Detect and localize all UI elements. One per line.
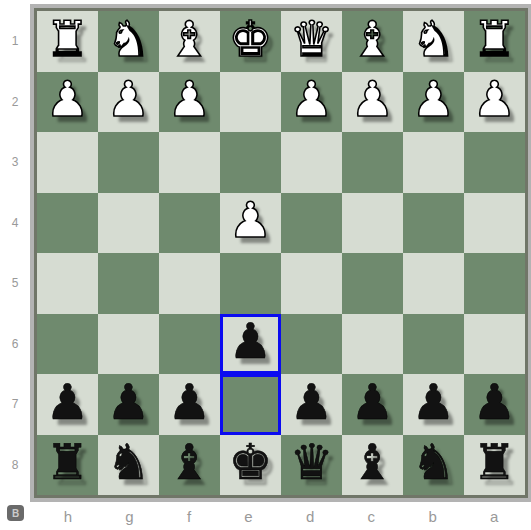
rank-labels: 12345678 [0,11,30,495]
square-d7[interactable]: ♟ [281,374,342,435]
square-d6[interactable] [281,314,342,375]
square-e7[interactable] [220,374,281,435]
white-rook[interactable]: ♜ [46,15,90,64]
file-label-h: h [37,502,99,530]
square-b8[interactable]: ♞ [403,435,464,496]
square-a4[interactable] [464,193,525,254]
square-g7[interactable]: ♟ [98,374,159,435]
rank-label-7: 7 [0,374,30,435]
rank-label-1: 1 [0,11,30,72]
square-c7[interactable]: ♟ [342,374,403,435]
square-h1[interactable]: ♜ [37,11,98,72]
rank-label-8: 8 [0,435,30,496]
square-f7[interactable]: ♟ [159,374,220,435]
chess-board[interactable]: ♜♞♝♚♛♝♞♜♟♟♟♟♟♟♟♟♟♟♟♟♟♟♟♟♜♞♝♚♛♝♞♜ [37,11,525,495]
square-f5[interactable] [159,253,220,314]
square-e5[interactable] [220,253,281,314]
white-pawn[interactable]: ♟ [46,75,90,124]
square-f8[interactable]: ♝ [159,435,220,496]
square-h8[interactable]: ♜ [37,435,98,496]
board-frame: ♜♞♝♚♛♝♞♜♟♟♟♟♟♟♟♟♟♟♟♟♟♟♟♟♜♞♝♚♛♝♞♜ [30,4,531,502]
black-pawn[interactable]: ♟ [107,378,151,427]
square-f4[interactable] [159,193,220,254]
black-knight[interactable]: ♞ [107,438,151,487]
white-knight[interactable]: ♞ [412,15,456,64]
chess-board-widget: 12345678 ♜♞♝♚♛♝♞♜♟♟♟♟♟♟♟♟♟♟♟♟♟♟♟♟♜♞♝♚♛♝♞… [0,0,531,530]
black-knight[interactable]: ♞ [412,438,456,487]
square-c8[interactable]: ♝ [342,435,403,496]
square-h5[interactable] [37,253,98,314]
square-f1[interactable]: ♝ [159,11,220,72]
white-king[interactable]: ♚ [229,15,273,64]
square-g2[interactable]: ♟ [98,72,159,133]
black-pawn[interactable]: ♟ [229,317,273,366]
square-c4[interactable] [342,193,403,254]
black-pawn[interactable]: ♟ [46,378,90,427]
square-g8[interactable]: ♞ [98,435,159,496]
square-e6[interactable]: ♟ [220,314,281,375]
square-a7[interactable]: ♟ [464,374,525,435]
square-b3[interactable] [403,132,464,193]
square-a6[interactable] [464,314,525,375]
square-b7[interactable]: ♟ [403,374,464,435]
square-d5[interactable] [281,253,342,314]
square-c6[interactable] [342,314,403,375]
square-a8[interactable]: ♜ [464,435,525,496]
white-pawn[interactable]: ♟ [168,75,212,124]
white-rook[interactable]: ♜ [473,15,517,64]
square-f6[interactable] [159,314,220,375]
board-inner-bevel: ♜♞♝♚♛♝♞♜♟♟♟♟♟♟♟♟♟♟♟♟♟♟♟♟♜♞♝♚♛♝♞♜ [34,8,528,498]
black-pawn[interactable]: ♟ [290,378,334,427]
white-pawn[interactable]: ♟ [351,75,395,124]
black-rook[interactable]: ♜ [473,438,517,487]
square-c1[interactable]: ♝ [342,11,403,72]
square-h4[interactable] [37,193,98,254]
square-e3[interactable] [220,132,281,193]
black-bishop[interactable]: ♝ [351,438,395,487]
black-bishop[interactable]: ♝ [168,438,212,487]
square-e4[interactable]: ♟ [220,193,281,254]
square-g4[interactable] [98,193,159,254]
rank-label-5: 5 [0,253,30,314]
square-e8[interactable]: ♚ [220,435,281,496]
square-c2[interactable]: ♟ [342,72,403,133]
square-g5[interactable] [98,253,159,314]
file-label-e: e [218,502,280,530]
black-pawn[interactable]: ♟ [351,378,395,427]
square-a1[interactable]: ♜ [464,11,525,72]
black-pawn[interactable]: ♟ [473,378,517,427]
rank-label-4: 4 [0,193,30,254]
square-g6[interactable] [98,314,159,375]
white-bishop[interactable]: ♝ [351,15,395,64]
black-pawn[interactable]: ♟ [168,378,212,427]
rank-label-6: 6 [0,314,30,375]
square-d1[interactable]: ♛ [281,11,342,72]
black-orientation-badge: B [7,505,24,521]
square-h2[interactable]: ♟ [37,72,98,133]
square-c3[interactable] [342,132,403,193]
square-f2[interactable]: ♟ [159,72,220,133]
square-d3[interactable] [281,132,342,193]
file-label-b: b [402,502,464,530]
square-e1[interactable]: ♚ [220,11,281,72]
white-pawn[interactable]: ♟ [290,75,334,124]
square-h3[interactable] [37,132,98,193]
square-b5[interactable] [403,253,464,314]
square-b1[interactable]: ♞ [403,11,464,72]
white-pawn[interactable]: ♟ [107,75,151,124]
square-h6[interactable] [37,314,98,375]
square-e2[interactable] [220,72,281,133]
black-pawn[interactable]: ♟ [412,378,456,427]
square-a3[interactable] [464,132,525,193]
rank-label-2: 2 [0,72,30,133]
black-rook[interactable]: ♜ [46,438,90,487]
square-d4[interactable] [281,193,342,254]
white-pawn[interactable]: ♟ [412,75,456,124]
square-b2[interactable]: ♟ [403,72,464,133]
square-d2[interactable]: ♟ [281,72,342,133]
square-a2[interactable]: ♟ [464,72,525,133]
white-pawn[interactable]: ♟ [473,75,517,124]
square-f3[interactable] [159,132,220,193]
rank-label-3: 3 [0,132,30,193]
black-king[interactable]: ♚ [229,438,273,487]
white-pawn[interactable]: ♟ [229,196,273,245]
black-queen[interactable]: ♛ [290,438,334,487]
square-b4[interactable] [403,193,464,254]
square-h7[interactable]: ♟ [37,374,98,435]
white-bishop[interactable]: ♝ [168,15,212,64]
white-queen[interactable]: ♛ [290,15,334,64]
square-g1[interactable]: ♞ [98,11,159,72]
square-b6[interactable] [403,314,464,375]
file-label-c: c [341,502,402,530]
file-label-d: d [279,502,341,530]
square-a5[interactable] [464,253,525,314]
square-c5[interactable] [342,253,403,314]
file-label-g: g [99,502,161,530]
file-labels: hgfedcba [37,502,525,530]
file-label-a: a [463,502,525,530]
file-label-f: f [160,502,217,530]
square-d8[interactable]: ♛ [281,435,342,496]
white-knight[interactable]: ♞ [107,15,151,64]
square-g3[interactable] [98,132,159,193]
